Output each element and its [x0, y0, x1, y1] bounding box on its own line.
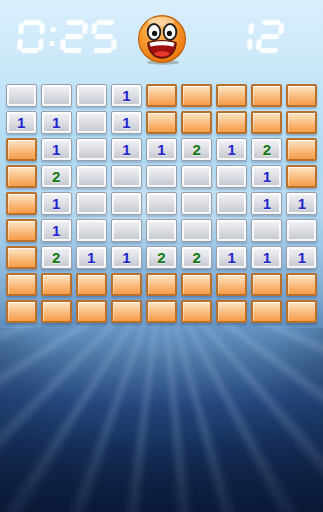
- smiley-left-pupil: [152, 31, 157, 36]
- adjacent-mine-count-2: 2: [52, 169, 60, 184]
- cell-r4c8-revealed: 1: [251, 165, 282, 188]
- cell-r7c7-revealed: 1: [216, 246, 247, 269]
- adjacent-mine-count-1: 1: [52, 223, 60, 238]
- cell-r1c2-revealed: [41, 84, 72, 107]
- seven-segment-digit-2: [60, 20, 89, 53]
- cell-r8c6-unrevealed[interactable]: [181, 273, 212, 296]
- cell-r4c4-revealed: [111, 165, 142, 188]
- cell-r5c9-revealed: 1: [286, 192, 317, 215]
- cell-r1c3-revealed: [76, 84, 107, 107]
- adjacent-mine-count-1: 1: [228, 250, 236, 265]
- timer-display: 0:25: [17, 20, 119, 53]
- cell-r2c2-revealed: 1: [41, 111, 72, 134]
- cell-r8c7-unrevealed[interactable]: [216, 273, 247, 296]
- mine-counter-display: 12: [226, 20, 285, 53]
- cell-r4c1-unrevealed[interactable]: [6, 165, 37, 188]
- cell-r5c3-revealed: [76, 192, 107, 215]
- cell-r3c9-unrevealed[interactable]: [286, 138, 317, 161]
- adjacent-mine-count-1: 1: [17, 115, 25, 130]
- cell-r9c3-unrevealed[interactable]: [76, 300, 107, 323]
- bottom-vignette: [0, 328, 323, 512]
- cell-r3c4-revealed: 1: [111, 138, 142, 161]
- seven-segment-digit-0: [17, 20, 46, 53]
- adjacent-mine-count-2: 2: [192, 250, 200, 265]
- adjacent-mine-count-1: 1: [87, 250, 95, 265]
- cell-r2c9-unrevealed[interactable]: [286, 111, 317, 134]
- cell-r1c5-unrevealed[interactable]: [146, 84, 177, 107]
- cell-r5c6-revealed: [181, 192, 212, 215]
- cell-r1c1-revealed: [6, 84, 37, 107]
- underwater-light-rays: [0, 315, 323, 512]
- cell-r9c6-unrevealed[interactable]: [181, 300, 212, 323]
- mine-counter-area: 12: [188, 20, 323, 53]
- cell-r9c4-unrevealed[interactable]: [111, 300, 142, 323]
- cell-r3c8-revealed: 2: [251, 138, 282, 161]
- adjacent-mine-count-1: 1: [52, 115, 60, 130]
- cell-r4c7-revealed: [216, 165, 247, 188]
- cell-r9c7-unrevealed[interactable]: [216, 300, 247, 323]
- minesweeper-app: 0:25: [0, 0, 323, 512]
- cell-r1c7-unrevealed[interactable]: [216, 84, 247, 107]
- adjacent-mine-count-1: 1: [263, 169, 271, 184]
- cell-r7c4-revealed: 1: [111, 246, 142, 269]
- cell-r2c5-unrevealed[interactable]: [146, 111, 177, 134]
- adjacent-mine-count-1: 1: [122, 250, 130, 265]
- cell-r4c6-revealed: [181, 165, 212, 188]
- cell-r8c4-unrevealed[interactable]: [111, 273, 142, 296]
- adjacent-mine-count-2: 2: [263, 142, 271, 157]
- adjacent-mine-count-1: 1: [298, 250, 306, 265]
- adjacent-mine-count-1: 1: [298, 196, 306, 211]
- cell-r2c4-revealed: 1: [111, 111, 142, 134]
- cell-r6c8-revealed: [251, 219, 282, 242]
- cell-r6c7-revealed: [216, 219, 247, 242]
- cell-r8c1-unrevealed[interactable]: [6, 273, 37, 296]
- adjacent-mine-count-1: 1: [52, 196, 60, 211]
- cell-r5c2-revealed: 1: [41, 192, 72, 215]
- adjacent-mine-count-1: 1: [52, 142, 60, 157]
- cell-r6c4-revealed: [111, 219, 142, 242]
- cell-r6c9-revealed: [286, 219, 317, 242]
- cell-r6c1-unrevealed[interactable]: [6, 219, 37, 242]
- cell-r7c5-revealed: 2: [146, 246, 177, 269]
- adjacent-mine-count-1: 1: [157, 142, 165, 157]
- adjacent-mine-count-2: 2: [52, 250, 60, 265]
- cell-r6c5-revealed: [146, 219, 177, 242]
- cell-r8c2-unrevealed[interactable]: [41, 273, 72, 296]
- cell-r2c7-unrevealed[interactable]: [216, 111, 247, 134]
- cell-r9c5-unrevealed[interactable]: [146, 300, 177, 323]
- smiley-reset-button[interactable]: [136, 13, 188, 65]
- cell-r2c8-unrevealed[interactable]: [251, 111, 282, 134]
- cell-r6c3-revealed: [76, 219, 107, 242]
- adjacent-mine-count-2: 2: [192, 142, 200, 157]
- cell-r9c8-unrevealed[interactable]: [251, 300, 282, 323]
- adjacent-mine-count-2: 2: [157, 250, 165, 265]
- timer-area: 0:25: [0, 20, 136, 53]
- cell-r5c7-revealed: [216, 192, 247, 215]
- cell-r3c3-revealed: [76, 138, 107, 161]
- cell-r7c2-revealed: 2: [41, 246, 72, 269]
- cell-r1c9-unrevealed[interactable]: [286, 84, 317, 107]
- adjacent-mine-count-1: 1: [263, 196, 271, 211]
- seven-segment-digit-5: [90, 20, 119, 53]
- cell-r5c8-revealed: 1: [251, 192, 282, 215]
- cell-r4c3-revealed: [76, 165, 107, 188]
- cell-r3c5-revealed: 1: [146, 138, 177, 161]
- cell-r3c6-revealed: 2: [181, 138, 212, 161]
- cell-r2c1-revealed: 1: [6, 111, 37, 134]
- cell-r4c5-revealed: [146, 165, 177, 188]
- cell-r6c6-revealed: [181, 219, 212, 242]
- cell-r3c2-revealed: 1: [41, 138, 72, 161]
- cell-r7c1-unrevealed[interactable]: [6, 246, 37, 269]
- cell-r1c6-unrevealed[interactable]: [181, 84, 212, 107]
- cell-r5c1-unrevealed[interactable]: [6, 192, 37, 215]
- cell-r9c2-unrevealed[interactable]: [41, 300, 72, 323]
- cell-r6c2-revealed: 1: [41, 219, 72, 242]
- cell-r1c4-revealed: 1: [111, 84, 142, 107]
- smiley-right-pupil: [166, 31, 171, 36]
- cell-r8c9-unrevealed[interactable]: [286, 273, 317, 296]
- cell-r7c6-revealed: 2: [181, 246, 212, 269]
- cell-r9c9-unrevealed[interactable]: [286, 300, 317, 323]
- cell-r8c5-unrevealed[interactable]: [146, 273, 177, 296]
- cell-r4c2-revealed: 2: [41, 165, 72, 188]
- cell-r5c4-revealed: [111, 192, 142, 215]
- status-bar: 0:25: [0, 0, 323, 82]
- cell-r2c6-unrevealed[interactable]: [181, 111, 212, 134]
- cell-r3c7-revealed: 1: [216, 138, 247, 161]
- cell-r4c9-unrevealed[interactable]: [286, 165, 317, 188]
- adjacent-mine-count-1: 1: [122, 142, 130, 157]
- seven-segment-digit-1: [226, 20, 255, 53]
- cell-r7c8-revealed: 1: [251, 246, 282, 269]
- adjacent-mine-count-1: 1: [122, 115, 130, 130]
- adjacent-mine-count-1: 1: [122, 88, 130, 103]
- minesweeper-board: 111111121221111121122111: [6, 84, 318, 323]
- cell-r9c1-unrevealed[interactable]: [6, 300, 37, 323]
- cell-r8c8-unrevealed[interactable]: [251, 273, 282, 296]
- cell-r7c3-revealed: 1: [76, 246, 107, 269]
- cell-r2c3-revealed: [76, 111, 107, 134]
- cell-r8c3-unrevealed[interactable]: [76, 273, 107, 296]
- cell-r5c5-revealed: [146, 192, 177, 215]
- cell-r1c8-unrevealed[interactable]: [251, 84, 282, 107]
- cell-r7c9-revealed: 1: [286, 246, 317, 269]
- smiley-face-icon: [136, 13, 188, 65]
- adjacent-mine-count-1: 1: [228, 142, 236, 157]
- colon-separator: [47, 20, 59, 53]
- cell-r3c1-unrevealed[interactable]: [6, 138, 37, 161]
- adjacent-mine-count-1: 1: [263, 250, 271, 265]
- seven-segment-digit-2: [256, 20, 285, 53]
